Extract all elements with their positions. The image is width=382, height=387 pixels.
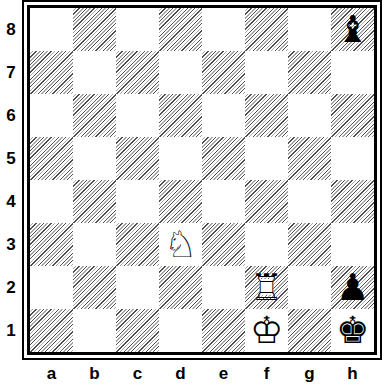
square-b2[interactable] [73, 266, 116, 309]
square-f8[interactable] [245, 8, 288, 51]
rank-label-3: 3 [0, 223, 22, 266]
square-e5[interactable] [202, 137, 245, 180]
square-b7[interactable] [73, 51, 116, 94]
square-h6[interactable] [331, 94, 374, 137]
black-bishop-icon: ♝ [331, 8, 374, 51]
black-bishop-h8[interactable]: ♝ [331, 8, 374, 51]
white-king-icon: ♔ [245, 309, 288, 352]
square-f4[interactable] [245, 180, 288, 223]
corner-spacer [0, 360, 22, 387]
square-a7[interactable] [30, 51, 73, 94]
square-a6[interactable] [30, 94, 73, 137]
square-f5[interactable] [245, 137, 288, 180]
file-label-c: c [116, 364, 159, 384]
square-g1[interactable] [288, 309, 331, 352]
square-c6[interactable] [116, 94, 159, 137]
square-f7[interactable] [245, 51, 288, 94]
square-c1[interactable] [116, 309, 159, 352]
square-e6[interactable] [202, 94, 245, 137]
white-rook-icon: ♖ [245, 266, 288, 309]
board-inner-border: ♝♞♘♜♖♟♚♔♚ [27, 5, 377, 355]
square-a8[interactable] [30, 8, 73, 51]
square-d1[interactable] [159, 309, 202, 352]
square-d6[interactable] [159, 94, 202, 137]
file-labels: abcdefgh [22, 360, 382, 387]
square-c7[interactable] [116, 51, 159, 94]
file-label-a: a [30, 364, 73, 384]
file-label-e: e [202, 364, 245, 384]
rank-labels: 87654321 [0, 0, 22, 360]
square-a4[interactable] [30, 180, 73, 223]
square-g8[interactable] [288, 8, 331, 51]
square-b5[interactable] [73, 137, 116, 180]
white-knight-d3[interactable]: ♞♘ [159, 223, 202, 266]
square-b8[interactable] [73, 8, 116, 51]
square-f6[interactable] [245, 94, 288, 137]
square-e3[interactable] [202, 223, 245, 266]
file-label-d: d [159, 364, 202, 384]
square-h3[interactable] [331, 223, 374, 266]
square-g5[interactable] [288, 137, 331, 180]
square-f2[interactable]: ♜♖ [245, 266, 288, 309]
square-g2[interactable] [288, 266, 331, 309]
white-knight-icon: ♘ [159, 223, 202, 266]
square-f1[interactable]: ♚♔ [245, 309, 288, 352]
chess-diagram: 87654321 ♝♞♘♜♖♟♚♔♚ abcdefgh [0, 0, 382, 387]
square-a5[interactable] [30, 137, 73, 180]
square-c3[interactable] [116, 223, 159, 266]
black-pawn-h2[interactable]: ♟ [331, 266, 374, 309]
square-d8[interactable] [159, 8, 202, 51]
square-d4[interactable] [159, 180, 202, 223]
white-rook-f2[interactable]: ♜♖ [245, 266, 288, 309]
square-a3[interactable] [30, 223, 73, 266]
square-b3[interactable] [73, 223, 116, 266]
square-h4[interactable] [331, 180, 374, 223]
square-b6[interactable] [73, 94, 116, 137]
square-h2[interactable]: ♟ [331, 266, 374, 309]
square-h8[interactable]: ♝ [331, 8, 374, 51]
square-g4[interactable] [288, 180, 331, 223]
square-d7[interactable] [159, 51, 202, 94]
file-label-g: g [288, 364, 331, 384]
square-g3[interactable] [288, 223, 331, 266]
square-g7[interactable] [288, 51, 331, 94]
square-e8[interactable] [202, 8, 245, 51]
square-h1[interactable]: ♚ [331, 309, 374, 352]
square-b1[interactable] [73, 309, 116, 352]
square-e2[interactable] [202, 266, 245, 309]
rank-label-1: 1 [0, 309, 22, 352]
square-a2[interactable] [30, 266, 73, 309]
rank-label-7: 7 [0, 51, 22, 94]
square-d5[interactable] [159, 137, 202, 180]
square-f3[interactable] [245, 223, 288, 266]
square-b4[interactable] [73, 180, 116, 223]
square-e7[interactable] [202, 51, 245, 94]
square-c5[interactable] [116, 137, 159, 180]
square-e4[interactable] [202, 180, 245, 223]
square-c8[interactable] [116, 8, 159, 51]
black-king-h1[interactable]: ♚ [331, 309, 374, 352]
black-king-icon: ♚ [331, 309, 374, 352]
file-label-f: f [245, 364, 288, 384]
square-e1[interactable] [202, 309, 245, 352]
square-c4[interactable] [116, 180, 159, 223]
rank-label-5: 5 [0, 137, 22, 180]
rank-label-6: 6 [0, 94, 22, 137]
rank-label-4: 4 [0, 180, 22, 223]
file-label-b: b [73, 364, 116, 384]
square-g6[interactable] [288, 94, 331, 137]
square-d3[interactable]: ♞♘ [159, 223, 202, 266]
board-frame: ♝♞♘♜♖♟♚♔♚ [22, 0, 382, 360]
rank-label-8: 8 [0, 8, 22, 51]
rank-label-2: 2 [0, 266, 22, 309]
file-label-h: h [331, 364, 374, 384]
black-pawn-icon: ♟ [331, 266, 374, 309]
square-h5[interactable] [331, 137, 374, 180]
square-c2[interactable] [116, 266, 159, 309]
square-a1[interactable] [30, 309, 73, 352]
white-king-f1[interactable]: ♚♔ [245, 309, 288, 352]
square-d2[interactable] [159, 266, 202, 309]
square-h7[interactable] [331, 51, 374, 94]
chess-board: ♝♞♘♜♖♟♚♔♚ [30, 8, 374, 352]
